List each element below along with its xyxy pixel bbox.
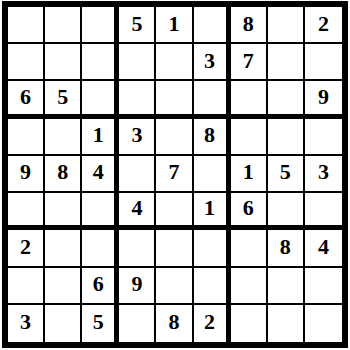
cell-r5c9[interactable]: 3 [305,156,342,193]
cell-r5c3[interactable]: 4 [82,156,119,193]
cell-r4c9[interactable] [305,119,342,156]
cell-r7c6[interactable] [194,230,231,267]
cell-r5c1[interactable]: 9 [8,156,45,193]
cell-r2c6[interactable]: 3 [194,44,231,81]
cell-r1c2[interactable] [45,7,82,44]
cell-r8c9[interactable] [305,268,342,305]
cell-r5c8[interactable]: 5 [268,156,305,193]
cell-r9c7[interactable] [231,305,268,342]
cell-r4c7[interactable] [231,119,268,156]
cell-r7c5[interactable] [156,230,193,267]
cell-r9c2[interactable] [45,305,82,342]
cell-r9c1[interactable]: 3 [8,305,45,342]
cell-r9c3[interactable]: 5 [82,305,119,342]
cell-r5c6[interactable] [194,156,231,193]
sudoku-page: 5182376591389847153416284693582 [0,0,350,350]
cell-r7c9[interactable]: 4 [305,230,342,267]
cell-r2c3[interactable] [82,44,119,81]
cell-r3c2[interactable]: 5 [45,81,82,118]
cell-r5c7[interactable]: 1 [231,156,268,193]
cell-r1c4[interactable]: 5 [119,7,156,44]
cell-r8c1[interactable] [8,268,45,305]
cell-r2c4[interactable] [119,44,156,81]
cell-r9c8[interactable] [268,305,305,342]
cell-r6c7[interactable]: 6 [231,193,268,230]
cell-r6c9[interactable] [305,193,342,230]
cell-r6c4[interactable]: 4 [119,193,156,230]
cell-r3c5[interactable] [156,81,193,118]
cell-r6c5[interactable] [156,193,193,230]
cell-r3c8[interactable] [268,81,305,118]
cell-r8c7[interactable] [231,268,268,305]
cell-r1c5[interactable]: 1 [156,7,193,44]
cell-r8c2[interactable] [45,268,82,305]
cell-r7c8[interactable]: 8 [268,230,305,267]
cell-r5c4[interactable] [119,156,156,193]
cell-r3c6[interactable] [194,81,231,118]
cell-r7c4[interactable] [119,230,156,267]
cell-r4c1[interactable] [8,119,45,156]
cell-r8c4[interactable]: 9 [119,268,156,305]
cell-r6c1[interactable] [8,193,45,230]
cell-r4c3[interactable]: 1 [82,119,119,156]
cell-r5c5[interactable]: 7 [156,156,193,193]
cell-r2c9[interactable] [305,44,342,81]
cell-r1c6[interactable] [194,7,231,44]
cell-r3c9[interactable]: 9 [305,81,342,118]
cell-r2c1[interactable] [8,44,45,81]
cell-r1c3[interactable] [82,7,119,44]
cell-r7c1[interactable]: 2 [8,230,45,267]
cell-r3c3[interactable] [82,81,119,118]
cell-r9c4[interactable] [119,305,156,342]
cell-r7c2[interactable] [45,230,82,267]
cell-r5c2[interactable]: 8 [45,156,82,193]
cell-r1c8[interactable] [268,7,305,44]
cell-r3c1[interactable]: 6 [8,81,45,118]
cell-r3c4[interactable] [119,81,156,118]
cell-r4c4[interactable]: 3 [119,119,156,156]
cell-r6c2[interactable] [45,193,82,230]
cell-r4c6[interactable]: 8 [194,119,231,156]
cell-r9c9[interactable] [305,305,342,342]
cell-r8c5[interactable] [156,268,193,305]
cell-r1c7[interactable]: 8 [231,7,268,44]
cell-r2c8[interactable] [268,44,305,81]
cell-r1c9[interactable]: 2 [305,7,342,44]
cell-r8c3[interactable]: 6 [82,268,119,305]
cell-r4c5[interactable] [156,119,193,156]
cell-r4c8[interactable] [268,119,305,156]
cell-r9c5[interactable]: 8 [156,305,193,342]
cell-r6c3[interactable] [82,193,119,230]
cell-r6c6[interactable]: 1 [194,193,231,230]
cell-r3c7[interactable] [231,81,268,118]
cell-r4c2[interactable] [45,119,82,156]
cell-r9c6[interactable]: 2 [194,305,231,342]
cell-r1c1[interactable] [8,7,45,44]
cell-r2c5[interactable] [156,44,193,81]
cell-r7c3[interactable] [82,230,119,267]
cell-r2c2[interactable] [45,44,82,81]
sudoku-board: 5182376591389847153416284693582 [2,1,348,348]
cell-r8c6[interactable] [194,268,231,305]
cell-r8c8[interactable] [268,268,305,305]
cell-r2c7[interactable]: 7 [231,44,268,81]
cell-r6c8[interactable] [268,193,305,230]
cell-r7c7[interactable] [231,230,268,267]
